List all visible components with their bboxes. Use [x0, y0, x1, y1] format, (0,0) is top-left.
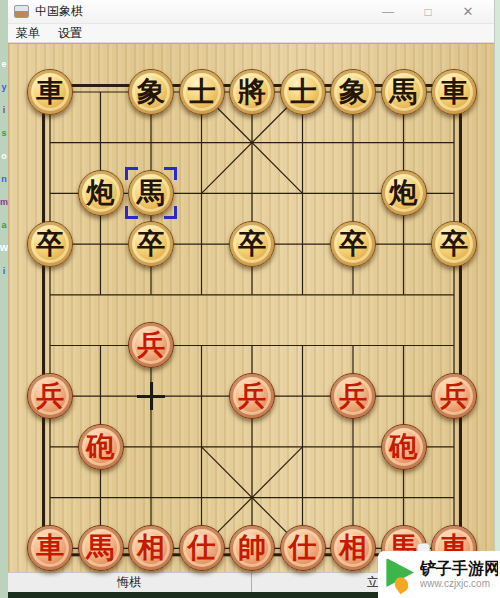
piece-glyph: 砲	[87, 433, 115, 461]
piece-red-仕-5-9[interactable]: 仕	[280, 525, 326, 571]
piece-black-卒-2-3[interactable]: 卒	[128, 221, 174, 267]
piece-glyph: 車	[36, 78, 64, 106]
piece-glyph: 相	[137, 534, 165, 562]
maximize-button[interactable]: □	[408, 1, 448, 23]
piece-red-兵-2-5[interactable]: 兵	[128, 322, 174, 368]
menu-bar: 菜单 设置	[8, 24, 494, 43]
piece-red-砲-1-7[interactable]: 砲	[78, 424, 124, 470]
page-edge-text-fragment: m	[0, 198, 8, 207]
piece-glyph: 炮	[390, 179, 418, 207]
piece-glyph: 車	[36, 534, 64, 562]
piece-black-象-2-0[interactable]: 象	[128, 69, 174, 115]
piece-glyph: 兵	[339, 382, 367, 410]
piece-black-卒-0-3[interactable]: 卒	[27, 221, 73, 267]
page-edge-text-fragment: n	[1, 175, 7, 184]
piece-black-象-6-0[interactable]: 象	[330, 69, 376, 115]
piece-black-馬-7-0[interactable]: 馬	[381, 69, 427, 115]
piece-glyph: 象	[137, 78, 165, 106]
piece-glyph: 卒	[137, 230, 165, 258]
page-edge-text-fragment: y	[1, 83, 6, 92]
piece-glyph: 炮	[87, 179, 115, 207]
piece-glyph: 將	[238, 78, 266, 106]
page-edge-text-fragment: a	[1, 221, 6, 230]
piece-black-馬-2-2[interactable]: 馬	[128, 170, 174, 216]
page-edge-text-fragment: o	[1, 152, 7, 161]
menu-item-settings[interactable]: 设置	[58, 25, 82, 42]
piece-glyph: 士	[289, 78, 317, 106]
piece-glyph: 兵	[238, 382, 266, 410]
piece-glyph: 仕	[188, 534, 216, 562]
piece-black-炮-7-2[interactable]: 炮	[381, 170, 427, 216]
piece-black-士-5-0[interactable]: 士	[280, 69, 326, 115]
minimize-button[interactable]: —	[368, 1, 408, 23]
piece-red-相-6-9[interactable]: 相	[330, 525, 376, 571]
app-icon	[14, 5, 29, 18]
page-edge-text-fragment: s	[1, 129, 6, 138]
piece-glyph: 仕	[289, 534, 317, 562]
piece-glyph: 車	[440, 78, 468, 106]
piece-black-車-0-0[interactable]: 車	[27, 69, 73, 115]
piece-glyph: 象	[339, 78, 367, 106]
piece-glyph: 馬	[87, 534, 115, 562]
watermark-url: www.czjxjc.com	[420, 578, 498, 589]
board-grid: 車象士將士象馬車炮馬炮卒卒卒卒卒兵兵兵兵兵砲砲車馬相仕帥仕相馬車	[25, 67, 480, 574]
piece-glyph: 士	[188, 78, 216, 106]
page: eyisonmaWi 中国象棋 — □ ✕ 菜单 设置	[0, 0, 500, 598]
piece-red-馬-1-9[interactable]: 馬	[78, 525, 124, 571]
piece-black-卒-4-3[interactable]: 卒	[229, 221, 275, 267]
cross-marker	[136, 381, 166, 411]
app-window: 中国象棋 — □ ✕ 菜单 设置	[8, 0, 495, 598]
piece-black-車-8-0[interactable]: 車	[431, 69, 477, 115]
piece-glyph: 卒	[36, 230, 64, 258]
piece-red-兵-0-6[interactable]: 兵	[27, 373, 73, 419]
piece-black-卒-6-3[interactable]: 卒	[330, 221, 376, 267]
page-edge-text-fragment: i	[3, 267, 6, 276]
piece-glyph: 砲	[390, 433, 418, 461]
page-edge-text-fragment: i	[3, 106, 6, 115]
piece-glyph: 馬	[390, 78, 418, 106]
piece-red-車-0-9[interactable]: 車	[27, 525, 73, 571]
close-button[interactable]: ✕	[448, 1, 488, 23]
piece-glyph: 兵	[440, 382, 468, 410]
background-page-edge-left: eyisonmaWi	[0, 0, 8, 598]
piece-red-相-2-9[interactable]: 相	[128, 525, 174, 571]
piece-glyph: 兵	[137, 331, 165, 359]
piece-red-兵-4-6[interactable]: 兵	[229, 373, 275, 419]
piece-black-將-4-0[interactable]: 將	[229, 69, 275, 115]
xiangqi-board[interactable]: 車象士將士象馬車炮馬炮卒卒卒卒卒兵兵兵兵兵砲砲車馬相仕帥仕相馬車	[8, 43, 494, 572]
piece-red-兵-6-6[interactable]: 兵	[330, 373, 376, 419]
piece-red-帥-4-9[interactable]: 帥	[229, 525, 275, 571]
piece-red-兵-8-6[interactable]: 兵	[431, 373, 477, 419]
piece-glyph: 帥	[238, 534, 266, 562]
piece-glyph: 卒	[238, 230, 266, 258]
piece-red-砲-7-7[interactable]: 砲	[381, 424, 427, 470]
piece-glyph: 卒	[440, 230, 468, 258]
watermark-logo	[383, 557, 417, 593]
window-title: 中国象棋	[35, 3, 83, 20]
title-bar: 中国象棋 — □ ✕	[8, 0, 494, 24]
watermark-badge: 铲子手游网 www.czjxjc.com	[378, 551, 500, 598]
piece-black-士-3-0[interactable]: 士	[179, 69, 225, 115]
piece-red-仕-3-9[interactable]: 仕	[179, 525, 225, 571]
page-edge-text-fragment: e	[1, 60, 6, 69]
page-edge-text-fragment: W	[0, 244, 8, 253]
window-controls: — □ ✕	[368, 1, 488, 23]
piece-glyph: 兵	[36, 382, 64, 410]
piece-glyph: 相	[339, 534, 367, 562]
watermark-site-name: 铲子手游网	[420, 560, 498, 578]
piece-black-炮-1-2[interactable]: 炮	[78, 170, 124, 216]
undo-move-button[interactable]: 悔棋	[8, 573, 251, 592]
menu-item-main[interactable]: 菜单	[16, 25, 40, 42]
piece-black-卒-8-3[interactable]: 卒	[431, 221, 477, 267]
watermark-text: 铲子手游网 www.czjxjc.com	[420, 560, 498, 589]
piece-glyph: 卒	[339, 230, 367, 258]
background-page-edge-right	[495, 0, 500, 598]
piece-glyph: 馬	[137, 179, 165, 207]
